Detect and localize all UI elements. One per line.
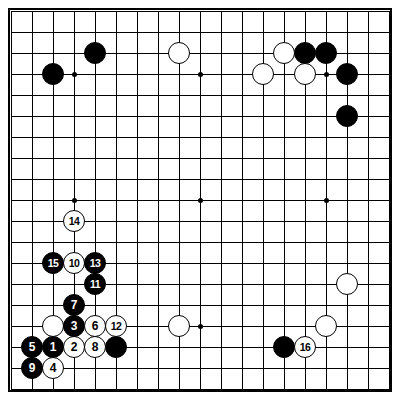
white-stone-p3-move-16: 16 xyxy=(294,336,316,358)
black-stone-e17 xyxy=(84,42,106,64)
white-stone-j4 xyxy=(168,315,190,337)
black-stone-q17 xyxy=(315,42,337,64)
white-stone-d3-move-2: 2 xyxy=(63,336,85,358)
go-board: 12345678910111213141516 xyxy=(0,0,400,400)
star-point xyxy=(324,72,329,77)
black-stone-r14 xyxy=(336,105,358,127)
star-point xyxy=(72,72,77,77)
black-stone-d5-move-7: 7 xyxy=(63,294,85,316)
black-stone-c7-move-15: 15 xyxy=(42,252,64,274)
white-stone-e4-move-6: 6 xyxy=(84,315,106,337)
star-point xyxy=(198,198,203,203)
star-point xyxy=(324,198,329,203)
white-stone-e3-move-8: 8 xyxy=(84,336,106,358)
black-stone-e6-move-11: 11 xyxy=(84,273,106,295)
white-stone-o17 xyxy=(273,42,295,64)
black-stone-b3-move-5: 5 xyxy=(21,336,43,358)
white-stone-p16 xyxy=(294,63,316,85)
black-stone-f3 xyxy=(105,336,127,358)
black-stone-r16 xyxy=(336,63,358,85)
white-stone-r6 xyxy=(336,273,358,295)
white-stone-d7-move-10: 10 xyxy=(63,252,85,274)
star-point xyxy=(198,324,203,329)
black-stone-c16 xyxy=(42,63,64,85)
white-stone-n16 xyxy=(252,63,274,85)
white-stone-c2-move-4: 4 xyxy=(42,357,64,379)
white-stone-q4 xyxy=(315,315,337,337)
white-stone-f4-move-12: 12 xyxy=(105,315,127,337)
black-stone-o3 xyxy=(273,336,295,358)
black-stone-d4-move-3: 3 xyxy=(63,315,85,337)
black-stone-p17 xyxy=(294,42,316,64)
white-stone-c4 xyxy=(42,315,64,337)
star-point xyxy=(72,198,77,203)
black-stone-b2-move-9: 9 xyxy=(21,357,43,379)
black-stone-e7-move-13: 13 xyxy=(84,252,106,274)
star-point xyxy=(198,72,203,77)
white-stone-j17 xyxy=(168,42,190,64)
board-grid: 12345678910111213141516 xyxy=(1,1,400,400)
black-stone-c3-move-1: 1 xyxy=(42,336,64,358)
white-stone-d9-move-14: 14 xyxy=(63,210,85,232)
